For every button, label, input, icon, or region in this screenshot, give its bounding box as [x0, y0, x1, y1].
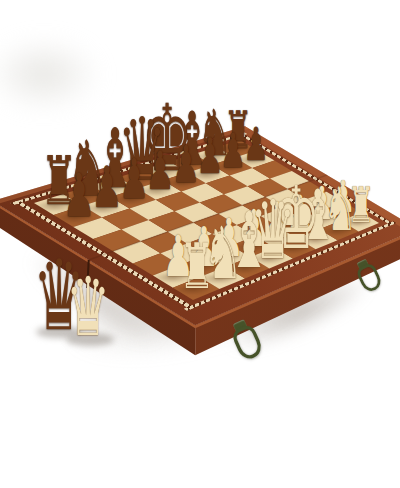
- square-b1: [0, 0, 400, 488]
- inlay-border-bottom: [0, 0, 400, 488]
- piece-shadow: [171, 159, 205, 169]
- square-h5: [0, 0, 400, 488]
- piece-black-pawn-d7: ♟: [146, 145, 176, 198]
- piece-black-pawn-g7: ♟: [220, 126, 246, 174]
- piece-black-knight-b8: ♞: [67, 131, 109, 207]
- square-d5: [0, 0, 400, 488]
- inlay-border-top: [0, 0, 400, 488]
- piece-black-pawn-h7: ♟: [243, 120, 269, 166]
- piece-white-pawn-b2: ♟: [189, 220, 220, 275]
- piece-black-pawn-f7: ♟: [196, 133, 223, 182]
- square-g1: [0, 0, 400, 488]
- piece-shadow: [321, 227, 352, 236]
- frame-gloss-top: [0, 0, 400, 488]
- fold-seam-side: [87, 260, 90, 288]
- square-a6: [0, 0, 400, 488]
- piece-shadow: [280, 224, 312, 234]
- square-g7: [0, 0, 400, 488]
- square-b6: [0, 0, 400, 488]
- square-b4: [0, 0, 400, 488]
- piece-shadow: [111, 194, 149, 205]
- piece-black-queen-d8: ♛: [118, 106, 166, 192]
- piece-white-knight-g1: ♞: [323, 180, 356, 240]
- square-c4: [0, 0, 400, 488]
- square-e4: [0, 0, 400, 488]
- square-g4: [0, 0, 400, 488]
- latch-2-icon: [350, 256, 385, 295]
- piece-shadow: [226, 263, 262, 274]
- piece-shadow: [119, 174, 156, 185]
- square-f6: [0, 0, 400, 488]
- square-e6: [0, 0, 400, 488]
- piece-white-rook-a1: ♜: [180, 235, 215, 298]
- clasps-and-spares: ♛♛: [0, 0, 400, 488]
- edge-highlight-left: [0, 0, 400, 488]
- square-h2: [0, 0, 400, 488]
- spare-piece-shadow-light: [66, 333, 114, 346]
- chess-pieces: ♜♞♝♛♚♝♞♜♟♟♟♟♟♟♟♟♟♟♟♟♟♟♟♟♜♞♝♛♚♝♞♜: [0, 0, 400, 488]
- piece-white-pawn-e2: ♟: [264, 196, 291, 245]
- piece-white-pawn-h2: ♟: [331, 174, 355, 218]
- square-e7: [0, 0, 400, 488]
- chess-board: [0, 0, 400, 488]
- square-f7: [0, 0, 400, 488]
- piece-shadow: [138, 186, 174, 197]
- square-b2: [0, 0, 400, 488]
- piece-shadow: [173, 284, 212, 295]
- square-g2: [0, 0, 400, 488]
- square-e2: [0, 0, 400, 488]
- square-e5: [0, 0, 400, 488]
- square-g8: [0, 0, 400, 488]
- square-f3: [0, 0, 400, 488]
- piece-shadow: [257, 233, 291, 243]
- board-frame: [0, 0, 400, 488]
- piece-white-knight-b1: ♞: [203, 217, 243, 289]
- square-b7: [0, 0, 400, 488]
- inlay-border-right: [0, 0, 400, 488]
- box-side-left: [0, 0, 400, 488]
- piece-shadow: [200, 273, 237, 284]
- piece-shadow: [275, 244, 308, 254]
- square-c7: [0, 0, 400, 488]
- piece-white-pawn-g2: ♟: [309, 181, 334, 227]
- piece-white-pawn-f2: ♟: [287, 189, 313, 236]
- piece-black-king-e8: ♚: [142, 93, 193, 185]
- piece-black-pawn-c7: ♟: [119, 152, 150, 207]
- chess-set-photo: ♜♞♝♛♚♝♞♜♟♟♟♟♟♟♟♟♟♟♟♟♟♟♟♟♜♞♝♛♚♝♞♜ ♛♛: [0, 0, 400, 488]
- piece-shadow: [63, 191, 103, 203]
- square-h1: [0, 0, 400, 488]
- square-e8: [0, 0, 400, 488]
- piece-black-bishop-c8: ♝: [93, 118, 139, 200]
- square-c5: [0, 0, 400, 488]
- piece-shadow: [54, 211, 95, 223]
- square-h8: [0, 0, 400, 488]
- square-c1: [0, 0, 400, 488]
- piece-shadow: [145, 167, 180, 177]
- square-b5: [0, 0, 400, 488]
- spare-piece-shadow-dark: [36, 326, 82, 338]
- square-d3: [0, 0, 400, 488]
- cast-shadow-main: [0, 190, 400, 415]
- square-d6: [0, 0, 400, 488]
- piece-white-bishop-c1: ♝: [227, 202, 270, 279]
- piece-black-pawn-e7: ♟: [171, 139, 199, 190]
- background-shadows: [0, 0, 400, 488]
- piece-shadow: [213, 163, 246, 173]
- square-b3: [0, 0, 400, 488]
- latch-bracket: [357, 259, 369, 270]
- piece-shadow: [236, 155, 268, 164]
- piece-white-pawn-a2: ♟: [162, 228, 194, 285]
- piece-shadow: [303, 216, 334, 225]
- piece-white-rook-h1: ♜: [347, 181, 374, 230]
- piece-shadow: [219, 145, 251, 154]
- cast-shadow-left-edge: [0, 213, 204, 381]
- inlay-border-left: [0, 0, 400, 488]
- piece-black-pawn-b7: ♟: [91, 159, 123, 216]
- square-c2: [0, 0, 400, 488]
- piece-shadow: [251, 254, 286, 264]
- piece-black-rook-h8: ♜: [224, 105, 253, 157]
- square-h3: [0, 0, 400, 488]
- square-d4: [0, 0, 400, 488]
- square-a1: [0, 0, 400, 488]
- latch-loop: [230, 323, 265, 362]
- piece-white-bishop-f1: ♝: [299, 181, 337, 250]
- piece-shadow: [164, 178, 199, 188]
- piece-white-pawn-d2: ♟: [240, 204, 268, 255]
- square-h6: [0, 0, 400, 488]
- square-e3: [0, 0, 400, 488]
- square-f2: [0, 0, 400, 488]
- piece-white-pawn-c2: ♟: [215, 212, 244, 265]
- cast-shadow-right-edge: [184, 241, 400, 386]
- backdrop-smudge: [0, 22, 124, 127]
- piece-shadow: [342, 218, 372, 227]
- square-f5: [0, 0, 400, 488]
- square-d2: [0, 0, 400, 488]
- piece-shadow: [207, 252, 243, 263]
- piece-black-bishop-f8: ♝: [171, 101, 212, 174]
- square-a3: [0, 0, 400, 488]
- square-a7: [0, 0, 400, 488]
- square-c6: [0, 0, 400, 488]
- square-d8: [0, 0, 400, 488]
- square-g6: [0, 0, 400, 488]
- square-f4: [0, 0, 400, 488]
- piece-shadow: [153, 272, 192, 284]
- square-f1: [0, 0, 400, 488]
- piece-shadow: [34, 200, 75, 212]
- edge-highlight-front: [0, 0, 400, 488]
- piece-shadow: [232, 242, 267, 252]
- piece-shadow: [195, 152, 228, 162]
- piece-shadow: [181, 262, 219, 273]
- frame-gloss-right: [0, 0, 400, 488]
- box-side-front: [0, 0, 400, 488]
- square-a2: [0, 0, 400, 488]
- latch-bracket: [233, 319, 248, 332]
- square-d7: [0, 0, 400, 488]
- piece-shadow: [92, 182, 130, 193]
- square-b8: [0, 0, 400, 488]
- piece-shadow: [299, 235, 331, 245]
- square-h7: [0, 0, 400, 488]
- piece-black-rook-a8: ♜: [41, 148, 78, 215]
- square-h4: [0, 0, 400, 488]
- fold-seam-top: [0, 0, 400, 488]
- spare-white-queen: ♛: [66, 267, 110, 348]
- piece-shadow: [83, 203, 122, 215]
- square-g5: [0, 0, 400, 488]
- piece-white-king-e1: ♚: [272, 175, 320, 262]
- square-a4: [0, 0, 400, 488]
- spare-black-queen: ♛: [33, 247, 85, 344]
- square-g3: [0, 0, 400, 488]
- latch-1-icon: [225, 316, 267, 363]
- square-c3: [0, 0, 400, 488]
- square-a5: [0, 0, 400, 488]
- square-a8: [0, 0, 400, 488]
- square-f8: [0, 0, 400, 488]
- piece-black-knight-g8: ♞: [198, 102, 233, 165]
- piece-black-pawn-a7: ♟: [62, 166, 95, 226]
- square-c8: [0, 0, 400, 488]
- piece-shadow: [325, 208, 355, 217]
- piece-shadow: [189, 170, 223, 180]
- square-e1: [0, 0, 400, 488]
- piece-white-queen-d1: ♛: [250, 189, 295, 271]
- square-d1: [0, 0, 400, 488]
- latch-loop: [355, 262, 384, 294]
